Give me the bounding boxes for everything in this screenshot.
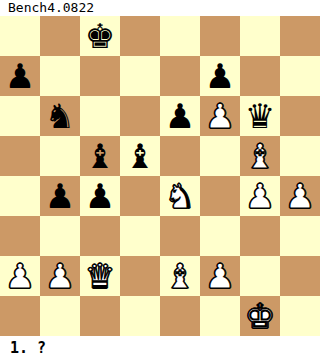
square-h2[interactable] — [280, 256, 320, 296]
black-pawn-icon: ♟ — [45, 179, 75, 213]
square-g4[interactable]: ♟ — [240, 176, 280, 216]
square-d4[interactable] — [120, 176, 160, 216]
square-e2[interactable]: ♝ — [160, 256, 200, 296]
square-g7[interactable] — [240, 56, 280, 96]
square-c1[interactable] — [80, 296, 120, 336]
black-pawn-icon: ♟ — [5, 59, 35, 93]
move-prompt: 1. ? — [0, 336, 320, 360]
square-c2[interactable]: ♛ — [80, 256, 120, 296]
black-pawn-icon: ♟ — [205, 59, 235, 93]
square-c5[interactable]: ♝ — [80, 136, 120, 176]
square-f6[interactable]: ♟ — [200, 96, 240, 136]
square-b7[interactable] — [40, 56, 80, 96]
white-bishop-icon: ♝ — [165, 259, 195, 293]
square-d3[interactable] — [120, 216, 160, 256]
square-d1[interactable] — [120, 296, 160, 336]
square-a4[interactable] — [0, 176, 40, 216]
square-c7[interactable] — [80, 56, 120, 96]
square-f5[interactable] — [200, 136, 240, 176]
square-c8[interactable]: ♚ — [80, 16, 120, 56]
square-e8[interactable] — [160, 16, 200, 56]
square-e7[interactable] — [160, 56, 200, 96]
square-b4[interactable]: ♟ — [40, 176, 80, 216]
white-bishop-icon: ♝ — [245, 139, 275, 173]
square-h3[interactable] — [280, 216, 320, 256]
square-h6[interactable] — [280, 96, 320, 136]
square-f2[interactable]: ♟ — [200, 256, 240, 296]
square-b3[interactable] — [40, 216, 80, 256]
white-pawn-icon: ♟ — [205, 99, 235, 133]
black-king-icon: ♚ — [85, 19, 115, 53]
square-d6[interactable] — [120, 96, 160, 136]
square-b1[interactable] — [40, 296, 80, 336]
black-knight-icon: ♞ — [45, 99, 75, 133]
square-f3[interactable] — [200, 216, 240, 256]
square-a1[interactable] — [0, 296, 40, 336]
square-h4[interactable]: ♟ — [280, 176, 320, 216]
square-f4[interactable] — [200, 176, 240, 216]
square-a8[interactable] — [0, 16, 40, 56]
square-d5[interactable]: ♝ — [120, 136, 160, 176]
square-g1[interactable]: ♚ — [240, 296, 280, 336]
square-g2[interactable] — [240, 256, 280, 296]
chess-board: ♚♟♟♞♟♟♛♝♝♝♟♟♞♟♟♟♟♛♝♟♚ — [0, 16, 320, 336]
square-c4[interactable]: ♟ — [80, 176, 120, 216]
square-d8[interactable] — [120, 16, 160, 56]
square-g3[interactable] — [240, 216, 280, 256]
square-e3[interactable] — [160, 216, 200, 256]
square-b5[interactable] — [40, 136, 80, 176]
black-bishop-icon: ♝ — [125, 139, 155, 173]
square-e6[interactable]: ♟ — [160, 96, 200, 136]
square-a6[interactable] — [0, 96, 40, 136]
white-pawn-icon: ♟ — [5, 259, 35, 293]
square-d7[interactable] — [120, 56, 160, 96]
square-c3[interactable] — [80, 216, 120, 256]
square-a2[interactable]: ♟ — [0, 256, 40, 296]
chess-program-window: Bench4.0822 ♚♟♟♞♟♟♛♝♝♝♟♟♞♟♟♟♟♛♝♟♚ 1. ? — [0, 0, 320, 360]
white-pawn-icon: ♟ — [245, 179, 275, 213]
white-pawn-icon: ♟ — [285, 179, 315, 213]
white-queen-icon: ♛ — [85, 259, 115, 293]
square-a3[interactable] — [0, 216, 40, 256]
black-queen-icon: ♛ — [245, 99, 275, 133]
square-b6[interactable]: ♞ — [40, 96, 80, 136]
square-g6[interactable]: ♛ — [240, 96, 280, 136]
white-knight-icon: ♞ — [165, 179, 195, 213]
white-pawn-icon: ♟ — [45, 259, 75, 293]
square-e1[interactable] — [160, 296, 200, 336]
square-e5[interactable] — [160, 136, 200, 176]
square-h5[interactable] — [280, 136, 320, 176]
white-king-icon: ♚ — [245, 299, 275, 333]
square-g5[interactable]: ♝ — [240, 136, 280, 176]
square-c6[interactable] — [80, 96, 120, 136]
square-f1[interactable] — [200, 296, 240, 336]
square-e4[interactable]: ♞ — [160, 176, 200, 216]
square-b8[interactable] — [40, 16, 80, 56]
black-bishop-icon: ♝ — [85, 139, 115, 173]
black-pawn-icon: ♟ — [85, 179, 115, 213]
square-h1[interactable] — [280, 296, 320, 336]
square-f8[interactable] — [200, 16, 240, 56]
square-g8[interactable] — [240, 16, 280, 56]
black-pawn-icon: ♟ — [165, 99, 195, 133]
square-a5[interactable] — [0, 136, 40, 176]
square-b2[interactable]: ♟ — [40, 256, 80, 296]
square-a7[interactable]: ♟ — [0, 56, 40, 96]
square-d2[interactable] — [120, 256, 160, 296]
square-h7[interactable] — [280, 56, 320, 96]
position-title: Bench4.0822 — [0, 0, 320, 16]
square-f7[interactable]: ♟ — [200, 56, 240, 96]
white-pawn-icon: ♟ — [205, 259, 235, 293]
square-h8[interactable] — [280, 16, 320, 56]
